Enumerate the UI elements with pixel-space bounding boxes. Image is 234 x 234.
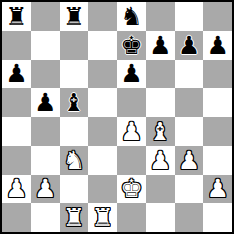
square-c5[interactable]: ♝ <box>60 88 89 117</box>
square-h7[interactable]: ♟ <box>203 31 232 60</box>
black-pawn: ♟ <box>120 61 142 86</box>
square-b6[interactable] <box>31 60 60 89</box>
square-h3[interactable] <box>203 146 232 175</box>
black-pawn: ♟ <box>5 61 27 86</box>
white-pawn: ♟ <box>178 148 200 173</box>
white-pawn: ♟ <box>149 148 171 173</box>
black-pawn: ♟ <box>149 33 171 58</box>
square-c8[interactable]: ♜ <box>60 2 89 31</box>
black-rook: ♜ <box>5 4 27 29</box>
square-c4[interactable] <box>60 117 89 146</box>
square-a1[interactable] <box>2 203 31 232</box>
square-d3[interactable] <box>88 146 117 175</box>
square-e2[interactable]: ♚ <box>117 175 146 204</box>
square-g1[interactable] <box>175 203 204 232</box>
square-h1[interactable] <box>203 203 232 232</box>
square-a7[interactable] <box>2 31 31 60</box>
white-knight: ♞ <box>63 148 85 173</box>
square-e5[interactable] <box>117 88 146 117</box>
square-g7[interactable]: ♟ <box>175 31 204 60</box>
square-d5[interactable] <box>88 88 117 117</box>
square-f2[interactable] <box>146 175 175 204</box>
square-a2[interactable]: ♟ <box>2 175 31 204</box>
square-d1[interactable]: ♜ <box>88 203 117 232</box>
square-e4[interactable]: ♟ <box>117 117 146 146</box>
square-h6[interactable] <box>203 60 232 89</box>
square-b5[interactable]: ♟ <box>31 88 60 117</box>
square-d7[interactable] <box>88 31 117 60</box>
square-b4[interactable] <box>31 117 60 146</box>
square-c7[interactable] <box>60 31 89 60</box>
black-king: ♚ <box>120 33 142 58</box>
square-a8[interactable]: ♜ <box>2 2 31 31</box>
white-bishop: ♝ <box>149 119 171 144</box>
black-knight: ♞ <box>120 4 142 29</box>
square-b1[interactable] <box>31 203 60 232</box>
square-h2[interactable]: ♟ <box>203 175 232 204</box>
square-f7[interactable]: ♟ <box>146 31 175 60</box>
square-f3[interactable]: ♟ <box>146 146 175 175</box>
square-g6[interactable] <box>175 60 204 89</box>
square-d6[interactable] <box>88 60 117 89</box>
square-d8[interactable] <box>88 2 117 31</box>
square-c6[interactable] <box>60 60 89 89</box>
square-f5[interactable] <box>146 88 175 117</box>
white-pawn: ♟ <box>5 176 27 201</box>
black-rook: ♜ <box>63 4 85 29</box>
white-pawn: ♟ <box>34 176 56 201</box>
square-d2[interactable] <box>88 175 117 204</box>
square-f6[interactable] <box>146 60 175 89</box>
chess-board: ♜♜♞♚♟♟♟♟♟♟♝♟♝♞♟♟♟♟♚♟♜♜ <box>0 0 234 234</box>
square-h5[interactable] <box>203 88 232 117</box>
square-e1[interactable] <box>117 203 146 232</box>
square-a3[interactable] <box>2 146 31 175</box>
square-c1[interactable]: ♜ <box>60 203 89 232</box>
white-pawn: ♟ <box>206 176 228 201</box>
square-a4[interactable] <box>2 117 31 146</box>
black-pawn: ♟ <box>178 33 200 58</box>
square-f1[interactable] <box>146 203 175 232</box>
white-rook: ♜ <box>63 205 85 230</box>
square-b7[interactable] <box>31 31 60 60</box>
white-king: ♚ <box>120 176 142 201</box>
square-f8[interactable] <box>146 2 175 31</box>
square-h4[interactable] <box>203 117 232 146</box>
square-e3[interactable] <box>117 146 146 175</box>
square-e6[interactable]: ♟ <box>117 60 146 89</box>
square-c3[interactable]: ♞ <box>60 146 89 175</box>
black-pawn: ♟ <box>206 33 228 58</box>
square-h8[interactable] <box>203 2 232 31</box>
square-g3[interactable]: ♟ <box>175 146 204 175</box>
white-pawn: ♟ <box>120 119 142 144</box>
square-g2[interactable] <box>175 175 204 204</box>
square-a6[interactable]: ♟ <box>2 60 31 89</box>
square-g8[interactable] <box>175 2 204 31</box>
square-g5[interactable] <box>175 88 204 117</box>
square-a5[interactable] <box>2 88 31 117</box>
square-d4[interactable] <box>88 117 117 146</box>
square-c2[interactable] <box>60 175 89 204</box>
square-e7[interactable]: ♚ <box>117 31 146 60</box>
square-b2[interactable]: ♟ <box>31 175 60 204</box>
black-pawn: ♟ <box>34 90 56 115</box>
white-rook: ♜ <box>91 205 113 230</box>
square-e8[interactable]: ♞ <box>117 2 146 31</box>
square-b3[interactable] <box>31 146 60 175</box>
square-g4[interactable] <box>175 117 204 146</box>
square-f4[interactable]: ♝ <box>146 117 175 146</box>
black-bishop: ♝ <box>63 90 85 115</box>
square-b8[interactable] <box>31 2 60 31</box>
